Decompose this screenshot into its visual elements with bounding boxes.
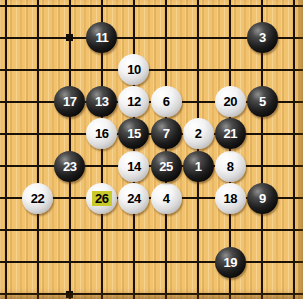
grid-line-vertical [69,0,71,299]
stone-number: 10 [127,62,140,77]
stone-white-8[interactable]: 8 [215,151,246,182]
stone-number: 18 [223,191,236,206]
grid-line-horizontal [0,293,303,295]
stone-black-19[interactable]: 19 [215,247,246,278]
stone-number: 21 [223,126,236,141]
grid-line-horizontal [0,69,303,71]
stone-black-13[interactable]: 13 [86,86,117,117]
grid-line-horizontal [0,261,303,263]
stone-black-3[interactable]: 3 [247,22,278,53]
stone-number: 15 [127,126,140,141]
stone-number: 6 [163,94,170,109]
stone-white-18[interactable]: 18 [215,183,246,214]
stone-white-6[interactable]: 6 [151,86,182,117]
stone-white-12[interactable]: 12 [118,86,149,117]
stone-white-10[interactable]: 10 [118,54,149,85]
grid-line-vertical [293,0,295,299]
stone-number: 7 [163,126,170,141]
stone-black-11[interactable]: 11 [86,22,117,53]
stone-number: 9 [259,191,266,206]
grid-line-vertical [5,0,7,299]
stone-black-1[interactable]: 1 [183,151,214,182]
stone-number: 13 [95,94,108,109]
stone-number: 14 [127,159,140,174]
stone-number: 17 [63,94,76,109]
stone-white-2[interactable]: 2 [183,118,214,149]
grid-line-vertical [133,0,135,299]
stone-number: 19 [223,255,236,270]
grid-line-vertical [165,0,167,299]
stone-number: 12 [127,94,140,109]
stone-white-4[interactable]: 4 [151,183,182,214]
stone-black-25[interactable]: 25 [151,151,182,182]
stone-black-21[interactable]: 21 [215,118,246,149]
stone-number: 4 [163,191,170,206]
star-point [66,291,73,298]
grid-line-vertical [197,0,199,299]
stone-black-9[interactable]: 9 [247,183,278,214]
stone-white-16[interactable]: 16 [86,118,117,149]
stone-white-20[interactable]: 20 [215,86,246,117]
stone-number: 16 [95,126,108,141]
stone-white-26[interactable]: 26 [86,183,117,214]
stone-black-5[interactable]: 5 [247,86,278,117]
stone-number: 20 [223,94,236,109]
last-move-highlight: 26 [92,191,111,206]
stone-number: 11 [95,30,108,45]
stone-number: 24 [127,191,140,206]
grid-line-horizontal [0,5,303,7]
stone-number: 8 [227,159,234,174]
go-board[interactable]: 1234567891011121314151617181920212223242… [0,0,303,299]
stone-white-22[interactable]: 22 [22,183,53,214]
stone-number: 2 [195,126,202,141]
stone-number: 3 [259,30,266,45]
grid-line-horizontal [0,229,303,231]
stone-black-17[interactable]: 17 [54,86,85,117]
stone-black-7[interactable]: 7 [151,118,182,149]
stone-number: 23 [63,159,76,174]
stone-black-15[interactable]: 15 [118,118,149,149]
stone-white-24[interactable]: 24 [118,183,149,214]
stone-number: 25 [159,159,172,174]
stone-number: 5 [259,94,266,109]
star-point [66,34,73,41]
stone-white-14[interactable]: 14 [118,151,149,182]
stone-number: 1 [195,159,202,174]
grid-line-vertical [37,0,39,299]
stone-black-23[interactable]: 23 [54,151,85,182]
stone-number: 22 [31,191,44,206]
